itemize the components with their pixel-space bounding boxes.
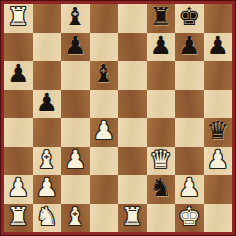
black-rook: ♜ [150,4,172,31]
square-h3[interactable]: ♟ [204,147,233,176]
square-b7[interactable] [33,33,62,62]
square-b1[interactable]: ♞ [33,204,62,233]
square-a2[interactable]: ♟ [4,175,33,204]
white-pawn: ♟ [93,118,115,145]
square-g3[interactable] [175,147,204,176]
black-pawn: ♟ [150,33,172,60]
square-h6[interactable] [204,61,233,90]
square-b5[interactable]: ♟ [33,90,62,119]
black-pawn: ♟ [7,61,29,88]
white-pawn: ♟ [64,147,86,174]
black-pawn: ♟ [207,33,229,60]
white-bishop: ♝ [36,147,58,174]
square-d4[interactable]: ♟ [90,118,119,147]
square-g8[interactable]: ♚ [175,4,204,33]
square-h2[interactable] [204,175,233,204]
square-f4[interactable] [147,118,176,147]
square-g4[interactable] [175,118,204,147]
white-rook: ♜ [121,204,143,231]
white-pawn: ♟ [207,147,229,174]
black-bishop: ♝ [64,4,86,31]
square-h4[interactable]: ♛ [204,118,233,147]
square-d3[interactable] [90,147,119,176]
square-e4[interactable] [118,118,147,147]
square-e5[interactable] [118,90,147,119]
square-f6[interactable] [147,61,176,90]
square-c6[interactable] [61,61,90,90]
square-b4[interactable] [33,118,62,147]
black-king: ♚ [178,4,200,31]
white-knight: ♞ [36,204,58,231]
chess-board: ♜♝♜♚♟♟♟♟♟♝♟♟♛♝♟♛♟♟♟♞♟♜♞♝♜♚ [4,4,232,232]
white-rook: ♜ [7,4,29,31]
square-f2[interactable]: ♞ [147,175,176,204]
square-g1[interactable]: ♚ [175,204,204,233]
white-pawn: ♟ [7,175,29,202]
square-h7[interactable]: ♟ [204,33,233,62]
square-b3[interactable]: ♝ [33,147,62,176]
square-g2[interactable]: ♟ [175,175,204,204]
black-pawn: ♟ [178,33,200,60]
black-bishop: ♝ [93,61,115,88]
square-c1[interactable]: ♝ [61,204,90,233]
square-a5[interactable] [4,90,33,119]
square-f3[interactable]: ♛ [147,147,176,176]
black-pawn: ♟ [36,90,58,117]
square-b2[interactable]: ♟ [33,175,62,204]
square-c8[interactable]: ♝ [61,4,90,33]
square-e1[interactable]: ♜ [118,204,147,233]
square-d6[interactable]: ♝ [90,61,119,90]
white-king: ♚ [178,204,200,231]
black-knight: ♞ [150,175,172,202]
square-f1[interactable] [147,204,176,233]
white-bishop: ♝ [64,204,86,231]
black-queen: ♛ [207,118,229,145]
square-e2[interactable] [118,175,147,204]
square-b6[interactable] [33,61,62,90]
square-b8[interactable] [33,4,62,33]
square-a1[interactable]: ♜ [4,204,33,233]
square-e6[interactable] [118,61,147,90]
square-d1[interactable] [90,204,119,233]
square-d5[interactable] [90,90,119,119]
square-f8[interactable]: ♜ [147,4,176,33]
square-f7[interactable]: ♟ [147,33,176,62]
square-g6[interactable] [175,61,204,90]
square-h5[interactable] [204,90,233,119]
square-c7[interactable]: ♟ [61,33,90,62]
board-frame: ♜♝♜♚♟♟♟♟♟♝♟♟♛♝♟♛♟♟♟♞♟♜♞♝♜♚ [0,0,236,236]
square-e8[interactable] [118,4,147,33]
white-queen: ♛ [150,147,172,174]
square-h8[interactable] [204,4,233,33]
square-c2[interactable] [61,175,90,204]
square-h1[interactable] [204,204,233,233]
square-g7[interactable]: ♟ [175,33,204,62]
black-pawn: ♟ [64,33,86,60]
square-f5[interactable] [147,90,176,119]
square-d7[interactable] [90,33,119,62]
square-e7[interactable] [118,33,147,62]
square-a3[interactable] [4,147,33,176]
square-a6[interactable]: ♟ [4,61,33,90]
square-c4[interactable] [61,118,90,147]
white-rook: ♜ [7,204,29,231]
square-d2[interactable] [90,175,119,204]
white-pawn: ♟ [178,175,200,202]
square-e3[interactable] [118,147,147,176]
white-pawn: ♟ [36,175,58,202]
square-g5[interactable] [175,90,204,119]
square-a8[interactable]: ♜ [4,4,33,33]
square-a4[interactable] [4,118,33,147]
square-d8[interactable] [90,4,119,33]
square-c5[interactable] [61,90,90,119]
square-a7[interactable] [4,33,33,62]
square-c3[interactable]: ♟ [61,147,90,176]
